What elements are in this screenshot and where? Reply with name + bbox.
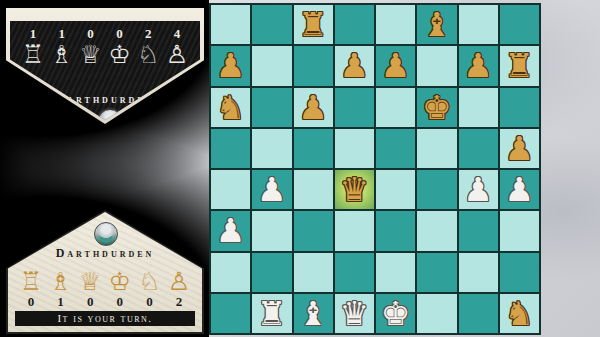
square-h4[interactable]: ♟ [500,170,539,209]
game-screen: ♜♝♟♟♟♟♜♞♟♚♟♟♛♟♟♟♜♝♛♚♞ 1♖1♗0♕0♔2♘4♙ Darth… [0,0,600,337]
rook-icon: ♖ [20,268,42,295]
captured-rook-cell: ♖0 [18,268,44,309]
square-e7[interactable]: ♟ [376,46,415,85]
square-e6[interactable] [376,88,415,127]
square-g1[interactable] [459,294,498,333]
square-f2[interactable] [417,253,456,292]
player-name: Darthdurden [8,246,202,261]
square-b8[interactable] [252,5,291,44]
piece-bN-h1[interactable]: ♞ [505,297,535,330]
bishop-icon: ♗ [51,41,73,68]
captured-knight-cell: ♘0 [136,268,162,309]
square-h2[interactable] [500,253,539,292]
square-f6[interactable]: ♚ [417,88,456,127]
pawn-icon: ♙ [168,268,190,295]
opponent-panel-body: 1♖1♗0♕0♔2♘4♙ Darthdurden [10,21,200,120]
rook-icon: ♖ [22,41,44,68]
chess-board: ♜♝♟♟♟♟♜♞♟♚♟♟♛♟♟♟♜♝♛♚♞ [209,3,541,335]
captured-king-cell: 0♔ [106,27,132,68]
square-c6[interactable]: ♟ [294,88,333,127]
captured-rook-count: 0 [28,295,35,309]
square-h8[interactable] [500,5,539,44]
square-g6[interactable] [459,88,498,127]
piece-wB-c1[interactable]: ♝ [298,297,328,330]
square-e5[interactable] [376,129,415,168]
piece-wQ-d1[interactable]: ♛ [340,297,370,330]
piece-bR-c8[interactable]: ♜ [298,8,328,41]
square-e8[interactable] [376,5,415,44]
captured-pawn-cell: ♙2 [166,268,192,309]
captured-king-cell: ♔0 [107,268,133,309]
square-b2[interactable] [252,253,291,292]
square-f7[interactable] [417,46,456,85]
square-a2[interactable] [211,253,250,292]
square-d4[interactable]: ♛ [335,170,374,209]
queen-icon: ♕ [79,41,101,68]
square-b6[interactable] [252,88,291,127]
captured-bishop-count: 1 [59,27,66,41]
piece-wK-e1[interactable]: ♚ [381,297,411,330]
square-a7[interactable]: ♟ [211,46,250,85]
piece-bP-a7[interactable]: ♟ [216,49,246,82]
square-g8[interactable] [459,5,498,44]
piece-bR-h7[interactable]: ♜ [505,49,535,82]
king-icon: ♔ [108,41,130,68]
square-d2[interactable] [335,253,374,292]
square-f8[interactable]: ♝ [417,5,456,44]
square-c3[interactable] [294,211,333,250]
captured-knight-count: 2 [145,27,152,41]
captured-knight-cell: 2♘ [135,27,161,68]
square-b1[interactable]: ♜ [252,294,291,333]
player-panel: Darthdurden ♖0♗1♕0♔0♘0♙2 It is your turn… [6,210,204,334]
square-f4[interactable] [417,170,456,209]
square-g7[interactable]: ♟ [459,46,498,85]
piece-wP-b4[interactable]: ♟ [257,173,287,206]
square-c7[interactable] [294,46,333,85]
square-h3[interactable] [500,211,539,250]
captured-pawn-count: 2 [176,295,183,309]
player-avatar-icon [94,222,118,246]
turn-status-text: It is your turn. [57,311,152,326]
square-d8[interactable] [335,5,374,44]
square-e3[interactable] [376,211,415,250]
square-a3[interactable]: ♟ [211,211,250,250]
piece-wR-b1[interactable]: ♜ [257,297,287,330]
square-d1[interactable]: ♛ [335,294,374,333]
captured-queen-count: 0 [87,295,94,309]
piece-bP-d7[interactable]: ♟ [340,49,370,82]
square-h6[interactable] [500,88,539,127]
square-a1[interactable] [211,294,250,333]
player-captured-tray: ♖0♗1♕0♔0♘0♙2 [18,268,192,309]
square-h5[interactable]: ♟ [500,129,539,168]
captured-pawn-count: 4 [174,27,181,41]
square-g3[interactable] [459,211,498,250]
piece-bP-h5[interactable]: ♟ [505,132,535,165]
square-f5[interactable] [417,129,456,168]
square-c5[interactable] [294,129,333,168]
knight-icon: ♘ [138,268,160,295]
king-icon: ♔ [109,268,131,295]
square-e1[interactable]: ♚ [376,294,415,333]
square-c2[interactable] [294,253,333,292]
piece-wP-a3[interactable]: ♟ [216,214,246,247]
square-h1[interactable]: ♞ [500,294,539,333]
square-c4[interactable] [294,170,333,209]
player-panel-body: Darthdurden ♖0♗1♕0♔0♘0♙2 It is your turn… [8,212,202,332]
square-e4[interactable] [376,170,415,209]
piece-wP-h4[interactable]: ♟ [505,173,535,206]
square-a6[interactable]: ♞ [211,88,250,127]
square-d3[interactable] [335,211,374,250]
queen-icon: ♕ [79,268,101,295]
captured-queen-cell: ♕0 [77,268,103,309]
turn-status-bar: It is your turn. [15,311,195,326]
square-b7[interactable] [252,46,291,85]
captured-king-count: 0 [116,27,123,41]
piece-wP-g4[interactable]: ♟ [463,173,493,206]
square-g2[interactable] [459,253,498,292]
captured-bishop-cell: ♗1 [48,268,74,309]
square-d6[interactable] [335,88,374,127]
captured-bishop-cell: 1♗ [49,27,75,68]
piece-bN-a6[interactable]: ♞ [216,91,246,124]
opponent-name: Darthdurden [10,92,200,107]
piece-bP-g7[interactable]: ♟ [463,49,493,82]
captured-bishop-count: 1 [57,295,64,309]
square-a4[interactable] [211,170,250,209]
opponent-captured-tray: 1♖1♗0♕0♔2♘4♙ [20,27,190,68]
square-f3[interactable] [417,211,456,250]
square-g4[interactable]: ♟ [459,170,498,209]
piece-bK-f6[interactable]: ♚ [422,91,452,124]
captured-queen-count: 0 [87,27,94,41]
bishop-icon: ♗ [49,268,71,295]
square-f1[interactable] [417,294,456,333]
captured-rook-cell: 1♖ [20,27,46,68]
piece-bQ-d4[interactable]: ♛ [340,173,370,206]
square-d5[interactable] [335,129,374,168]
square-c1[interactable]: ♝ [294,294,333,333]
square-a5[interactable] [211,129,250,168]
piece-bB-f8[interactable]: ♝ [422,8,452,41]
square-b5[interactable] [252,129,291,168]
opponent-panel: 1♖1♗0♕0♔2♘4♙ Darthdurden [6,8,204,124]
square-d7[interactable]: ♟ [335,46,374,85]
pawn-icon: ♙ [166,41,188,68]
captured-pawn-cell: 4♙ [164,27,190,68]
square-g5[interactable] [459,129,498,168]
square-c8[interactable]: ♜ [294,5,333,44]
piece-bP-e7[interactable]: ♟ [381,49,411,82]
square-a8[interactable] [211,5,250,44]
square-b4[interactable]: ♟ [252,170,291,209]
square-h7[interactable]: ♜ [500,46,539,85]
knight-icon: ♘ [137,41,159,68]
captured-queen-cell: 0♕ [78,27,104,68]
square-e2[interactable] [376,253,415,292]
square-b3[interactable] [252,211,291,250]
piece-bP-c6[interactable]: ♟ [298,91,328,124]
captured-king-count: 0 [117,295,124,309]
captured-rook-count: 1 [30,27,37,41]
captured-knight-count: 0 [146,295,153,309]
